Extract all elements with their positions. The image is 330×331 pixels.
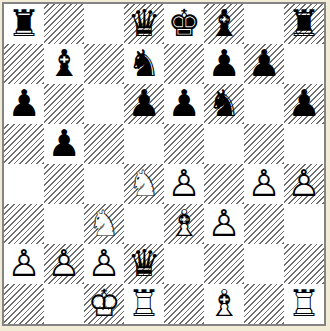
piece-black-knight: ♞	[204, 84, 244, 124]
square-a1[interactable]	[4, 284, 44, 324]
white-knight-icon: ♘	[124, 164, 164, 204]
black-pawn-icon: ♟	[204, 44, 244, 84]
chess-board-frame: ♜♛♚♝♜♝♞♟♟♟♟♟♞♟♟♞♘♟♙♟♙♟♙♞♘♝♗♟♙♟♙♟♙♟♙♛♚♔♜♖…	[2, 2, 326, 326]
page-background: ♜♛♚♝♜♝♞♟♟♟♟♟♞♟♟♞♘♟♙♟♙♟♙♞♘♝♗♟♙♟♙♟♙♟♙♛♚♔♜♖…	[0, 0, 330, 331]
square-d3[interactable]	[124, 204, 164, 244]
square-g6[interactable]	[244, 84, 284, 124]
black-rook-icon: ♜	[4, 4, 44, 44]
square-d4[interactable]: ♞♘	[124, 164, 164, 204]
square-f5[interactable]	[204, 124, 244, 164]
piece-white-rook: ♜♖	[124, 284, 164, 324]
piece-white-pawn: ♟♙	[84, 244, 124, 284]
square-e8[interactable]: ♚	[164, 4, 204, 44]
black-knight-icon: ♞	[124, 44, 164, 84]
square-h3[interactable]	[284, 204, 324, 244]
piece-black-pawn: ♟	[124, 84, 164, 124]
white-rook-icon: ♖	[124, 284, 164, 324]
piece-white-pawn: ♟♙	[4, 244, 44, 284]
square-b5[interactable]: ♟	[44, 124, 84, 164]
piece-white-bishop: ♝♗	[164, 204, 204, 244]
square-g1[interactable]	[244, 284, 284, 324]
square-f3[interactable]: ♟♙	[204, 204, 244, 244]
piece-black-pawn: ♟	[164, 84, 204, 124]
square-d2[interactable]: ♛	[124, 244, 164, 284]
chess-board: ♜♛♚♝♜♝♞♟♟♟♟♟♞♟♟♞♘♟♙♟♙♟♙♞♘♝♗♟♙♟♙♟♙♟♙♛♚♔♜♖…	[4, 4, 324, 324]
piece-black-pawn: ♟	[284, 84, 324, 124]
white-pawn-icon: ♙	[204, 204, 244, 244]
white-rook-icon: ♖	[284, 284, 324, 324]
square-e6[interactable]: ♟	[164, 84, 204, 124]
square-c1[interactable]: ♚♔	[84, 284, 124, 324]
square-a3[interactable]	[4, 204, 44, 244]
white-pawn-icon: ♙	[84, 244, 124, 284]
square-h2[interactable]	[284, 244, 324, 284]
square-f1[interactable]: ♝♗	[204, 284, 244, 324]
square-e3[interactable]: ♝♗	[164, 204, 204, 244]
black-knight-icon: ♞	[204, 84, 244, 124]
square-e4[interactable]: ♟♙	[164, 164, 204, 204]
square-c7[interactable]	[84, 44, 124, 84]
square-b7[interactable]: ♝	[44, 44, 84, 84]
square-b2[interactable]: ♟♙	[44, 244, 84, 284]
square-b1[interactable]	[44, 284, 84, 324]
piece-black-king: ♚	[164, 4, 204, 44]
piece-white-pawn: ♟♙	[244, 164, 284, 204]
square-b6[interactable]	[44, 84, 84, 124]
white-pawn-icon: ♙	[284, 164, 324, 204]
square-c6[interactable]	[84, 84, 124, 124]
white-bishop-icon: ♗	[164, 204, 204, 244]
black-pawn-icon: ♟	[44, 124, 84, 164]
square-d6[interactable]: ♟	[124, 84, 164, 124]
square-a5[interactable]	[4, 124, 44, 164]
black-pawn-icon: ♟	[244, 44, 284, 84]
piece-black-pawn: ♟	[4, 84, 44, 124]
black-queen-icon: ♛	[124, 244, 164, 284]
square-a4[interactable]	[4, 164, 44, 204]
square-b3[interactable]	[44, 204, 84, 244]
piece-white-pawn: ♟♙	[44, 244, 84, 284]
square-c3[interactable]: ♞♘	[84, 204, 124, 244]
square-d1[interactable]: ♜♖	[124, 284, 164, 324]
white-bishop-icon: ♗	[204, 284, 244, 324]
square-h4[interactable]: ♟♙	[284, 164, 324, 204]
square-e5[interactable]	[164, 124, 204, 164]
piece-white-rook: ♜♖	[284, 284, 324, 324]
black-pawn-icon: ♟	[124, 84, 164, 124]
piece-black-knight: ♞	[124, 44, 164, 84]
square-d7[interactable]: ♞	[124, 44, 164, 84]
square-d5[interactable]	[124, 124, 164, 164]
piece-black-pawn: ♟	[244, 44, 284, 84]
square-a2[interactable]: ♟♙	[4, 244, 44, 284]
black-bishop-icon: ♝	[204, 4, 244, 44]
white-pawn-icon: ♙	[164, 164, 204, 204]
square-h6[interactable]: ♟	[284, 84, 324, 124]
square-a7[interactable]	[4, 44, 44, 84]
square-e7[interactable]	[164, 44, 204, 84]
piece-black-rook: ♜	[4, 4, 44, 44]
square-h1[interactable]: ♜♖	[284, 284, 324, 324]
piece-black-bishop: ♝	[204, 4, 244, 44]
piece-black-pawn: ♟	[204, 44, 244, 84]
square-e1[interactable]	[164, 284, 204, 324]
square-d8[interactable]: ♛	[124, 4, 164, 44]
square-g5[interactable]	[244, 124, 284, 164]
piece-white-knight: ♞♘	[124, 164, 164, 204]
square-g7[interactable]: ♟	[244, 44, 284, 84]
square-f7[interactable]: ♟	[204, 44, 244, 84]
square-f8[interactable]: ♝	[204, 4, 244, 44]
black-queen-icon: ♛	[124, 4, 164, 44]
piece-black-queen: ♛	[124, 4, 164, 44]
square-h8[interactable]: ♜	[284, 4, 324, 44]
black-pawn-icon: ♟	[164, 84, 204, 124]
white-knight-icon: ♘	[84, 204, 124, 244]
square-c5[interactable]	[84, 124, 124, 164]
white-pawn-icon: ♙	[4, 244, 44, 284]
square-f2[interactable]	[204, 244, 244, 284]
square-a8[interactable]: ♜	[4, 4, 44, 44]
square-g2[interactable]	[244, 244, 284, 284]
square-c2[interactable]: ♟♙	[84, 244, 124, 284]
square-e2[interactable]	[164, 244, 204, 284]
square-g3[interactable]	[244, 204, 284, 244]
black-king-icon: ♚	[164, 4, 204, 44]
piece-white-pawn: ♟♙	[284, 164, 324, 204]
square-g4[interactable]: ♟♙	[244, 164, 284, 204]
piece-black-queen: ♛	[124, 244, 164, 284]
black-pawn-icon: ♟	[284, 84, 324, 124]
piece-white-knight: ♞♘	[84, 204, 124, 244]
piece-black-bishop: ♝	[44, 44, 84, 84]
square-h5[interactable]	[284, 124, 324, 164]
piece-white-king: ♚♔	[84, 284, 124, 324]
square-h7[interactable]	[284, 44, 324, 84]
square-g8[interactable]	[244, 4, 284, 44]
piece-white-pawn: ♟♙	[164, 164, 204, 204]
square-b4[interactable]	[44, 164, 84, 204]
square-f6[interactable]: ♞	[204, 84, 244, 124]
white-pawn-icon: ♙	[44, 244, 84, 284]
piece-white-bishop: ♝♗	[204, 284, 244, 324]
white-king-icon: ♔	[84, 284, 124, 324]
square-b8[interactable]	[44, 4, 84, 44]
black-bishop-icon: ♝	[44, 44, 84, 84]
piece-black-rook: ♜	[284, 4, 324, 44]
square-f4[interactable]	[204, 164, 244, 204]
piece-white-pawn: ♟♙	[204, 204, 244, 244]
square-c8[interactable]	[84, 4, 124, 44]
square-c4[interactable]	[84, 164, 124, 204]
piece-black-pawn: ♟	[44, 124, 84, 164]
white-pawn-icon: ♙	[244, 164, 284, 204]
black-rook-icon: ♜	[284, 4, 324, 44]
black-pawn-icon: ♟	[4, 84, 44, 124]
square-a6[interactable]: ♟	[4, 84, 44, 124]
